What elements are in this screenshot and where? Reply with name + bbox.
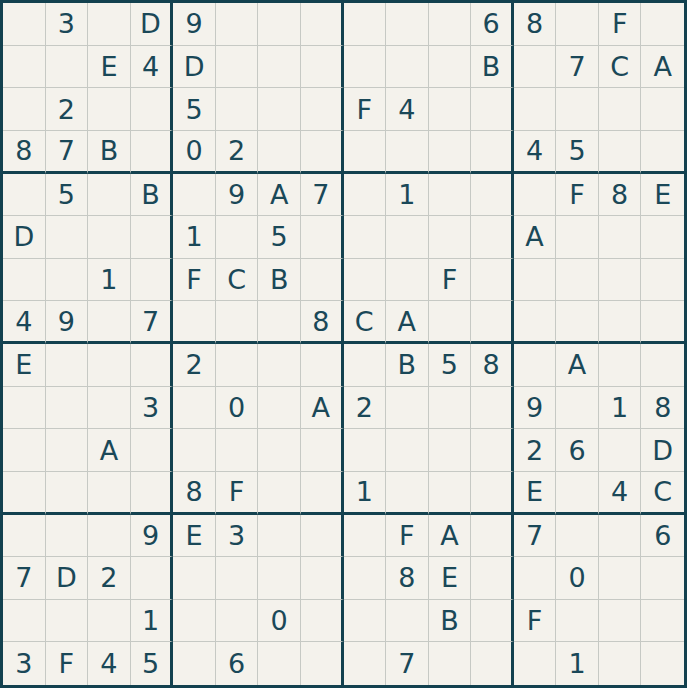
cell-r13c7-empty[interactable]	[258, 515, 301, 558]
cell-r7c2-empty[interactable]	[46, 259, 89, 302]
cell-r12c13-given[interactable]: E	[514, 472, 557, 515]
cell-r8c13-empty[interactable]	[514, 301, 557, 344]
cell-r14c9-empty[interactable]	[344, 557, 387, 600]
cell-r9c9-empty[interactable]	[344, 344, 387, 387]
cell-r11c8-empty[interactable]	[301, 429, 344, 472]
cell-r9c16-empty[interactable]	[641, 344, 684, 387]
cell-r11c4-empty[interactable]	[131, 429, 174, 472]
cell-r3c9-given[interactable]: F	[344, 88, 387, 131]
cell-r13c2-empty[interactable]	[46, 515, 89, 558]
cell-r4c8-empty[interactable]	[301, 131, 344, 174]
cell-r8c1-given[interactable]: 4	[3, 301, 46, 344]
cell-r8c8-given[interactable]: 8	[301, 301, 344, 344]
cell-r8c14-empty[interactable]	[556, 301, 599, 344]
cell-r5c14-given[interactable]: F	[556, 174, 599, 217]
cell-r1c2-given[interactable]: 3	[46, 3, 89, 46]
cell-r4c14-given[interactable]: 5	[556, 131, 599, 174]
cell-r5c7-given[interactable]: A	[258, 174, 301, 217]
cell-r12c15-given[interactable]: 4	[599, 472, 642, 515]
cell-r3c6-empty[interactable]	[216, 88, 259, 131]
cell-r11c3-given[interactable]: A	[88, 429, 131, 472]
cell-r11c11-empty[interactable]	[429, 429, 472, 472]
cell-r1c12-given[interactable]: 6	[471, 3, 514, 46]
cell-r3c14-empty[interactable]	[556, 88, 599, 131]
cell-r1c16-empty[interactable]	[641, 3, 684, 46]
cell-r7c12-empty[interactable]	[471, 259, 514, 302]
cell-r4c5-given[interactable]: 0	[173, 131, 216, 174]
cell-r5c1-empty[interactable]	[3, 174, 46, 217]
cell-r10c6-given[interactable]: 0	[216, 387, 259, 430]
cell-r10c12-empty[interactable]	[471, 387, 514, 430]
cell-r15c1-empty[interactable]	[3, 600, 46, 643]
cell-r2c6-empty[interactable]	[216, 46, 259, 89]
cell-r7c7-given[interactable]: B	[258, 259, 301, 302]
cell-r16c6-given[interactable]: 6	[216, 642, 259, 685]
cell-r10c11-empty[interactable]	[429, 387, 472, 430]
cell-r7c9-empty[interactable]	[344, 259, 387, 302]
cell-r9c5-given[interactable]: 2	[173, 344, 216, 387]
cell-r11c2-empty[interactable]	[46, 429, 89, 472]
cell-r13c1-empty[interactable]	[3, 515, 46, 558]
cell-r2c15-given[interactable]: C	[599, 46, 642, 89]
cell-r7c4-empty[interactable]	[131, 259, 174, 302]
cell-r15c15-empty[interactable]	[599, 600, 642, 643]
cell-r13c6-given[interactable]: 3	[216, 515, 259, 558]
cell-r15c7-given[interactable]: 0	[258, 600, 301, 643]
cell-r3c8-empty[interactable]	[301, 88, 344, 131]
cell-r7c1-empty[interactable]	[3, 259, 46, 302]
cell-r6c10-empty[interactable]	[386, 216, 429, 259]
cell-r13c14-empty[interactable]	[556, 515, 599, 558]
cell-r9c2-empty[interactable]	[46, 344, 89, 387]
cell-r11c13-given[interactable]: 2	[514, 429, 557, 472]
cell-r4c12-empty[interactable]	[471, 131, 514, 174]
cell-r11c5-empty[interactable]	[173, 429, 216, 472]
cell-r4c16-empty[interactable]	[641, 131, 684, 174]
cell-r15c16-empty[interactable]	[641, 600, 684, 643]
cell-r7c15-empty[interactable]	[599, 259, 642, 302]
cell-r10c16-given[interactable]: 8	[641, 387, 684, 430]
cell-r16c4-given[interactable]: 5	[131, 642, 174, 685]
cell-r10c1-empty[interactable]	[3, 387, 46, 430]
cell-r4c3-given[interactable]: B	[88, 131, 131, 174]
cell-r13c8-empty[interactable]	[301, 515, 344, 558]
cell-r8c15-empty[interactable]	[599, 301, 642, 344]
cell-r10c4-given[interactable]: 3	[131, 387, 174, 430]
cell-r3c15-empty[interactable]	[599, 88, 642, 131]
cell-r2c14-given[interactable]: 7	[556, 46, 599, 89]
cell-r11c14-given[interactable]: 6	[556, 429, 599, 472]
cell-r6c1-given[interactable]: D	[3, 216, 46, 259]
cell-r1c1-empty[interactable]	[3, 3, 46, 46]
cell-r16c13-empty[interactable]	[514, 642, 557, 685]
cell-r16c10-given[interactable]: 7	[386, 642, 429, 685]
cell-r6c4-empty[interactable]	[131, 216, 174, 259]
cell-r10c15-given[interactable]: 1	[599, 387, 642, 430]
cell-r13c11-given[interactable]: A	[429, 515, 472, 558]
cell-r9c14-given[interactable]: A	[556, 344, 599, 387]
cell-r2c9-empty[interactable]	[344, 46, 387, 89]
cell-r1c11-empty[interactable]	[429, 3, 472, 46]
cell-r10c3-empty[interactable]	[88, 387, 131, 430]
cell-r11c1-empty[interactable]	[3, 429, 46, 472]
cell-r8c16-empty[interactable]	[641, 301, 684, 344]
cell-r6c13-given[interactable]: A	[514, 216, 557, 259]
cell-r16c2-given[interactable]: F	[46, 642, 89, 685]
cell-r2c10-empty[interactable]	[386, 46, 429, 89]
cell-r13c5-given[interactable]: E	[173, 515, 216, 558]
cell-r6c11-empty[interactable]	[429, 216, 472, 259]
cell-r6c9-empty[interactable]	[344, 216, 387, 259]
cell-r6c6-empty[interactable]	[216, 216, 259, 259]
cell-r2c2-empty[interactable]	[46, 46, 89, 89]
cell-r15c14-empty[interactable]	[556, 600, 599, 643]
cell-r6c15-empty[interactable]	[599, 216, 642, 259]
cell-r15c11-given[interactable]: B	[429, 600, 472, 643]
cell-r8c3-empty[interactable]	[88, 301, 131, 344]
cell-r1c13-given[interactable]: 8	[514, 3, 557, 46]
cell-r11c16-given[interactable]: D	[641, 429, 684, 472]
cell-r1c9-empty[interactable]	[344, 3, 387, 46]
cell-r9c12-given[interactable]: 8	[471, 344, 514, 387]
cell-r14c7-empty[interactable]	[258, 557, 301, 600]
cell-r5c3-empty[interactable]	[88, 174, 131, 217]
cell-r15c2-empty[interactable]	[46, 600, 89, 643]
cell-r14c4-empty[interactable]	[131, 557, 174, 600]
cell-r13c10-given[interactable]: F	[386, 515, 429, 558]
cell-r1c6-empty[interactable]	[216, 3, 259, 46]
cell-r3c16-empty[interactable]	[641, 88, 684, 131]
cell-r16c7-empty[interactable]	[258, 642, 301, 685]
cell-r6c8-empty[interactable]	[301, 216, 344, 259]
cell-r11c12-empty[interactable]	[471, 429, 514, 472]
cell-r1c7-empty[interactable]	[258, 3, 301, 46]
cell-r6c16-empty[interactable]	[641, 216, 684, 259]
cell-r16c9-empty[interactable]	[344, 642, 387, 685]
cell-r15c5-empty[interactable]	[173, 600, 216, 643]
cell-r5c2-given[interactable]: 5	[46, 174, 89, 217]
cell-r16c15-empty[interactable]	[599, 642, 642, 685]
cell-r9c6-empty[interactable]	[216, 344, 259, 387]
cell-r16c12-empty[interactable]	[471, 642, 514, 685]
cell-r12c7-empty[interactable]	[258, 472, 301, 515]
cell-r9c7-empty[interactable]	[258, 344, 301, 387]
cell-r14c12-empty[interactable]	[471, 557, 514, 600]
cell-r2c3-given[interactable]: E	[88, 46, 131, 89]
cell-r11c6-empty[interactable]	[216, 429, 259, 472]
cell-r14c15-empty[interactable]	[599, 557, 642, 600]
cell-r1c15-given[interactable]: F	[599, 3, 642, 46]
cell-r2c7-empty[interactable]	[258, 46, 301, 89]
cell-r8c7-empty[interactable]	[258, 301, 301, 344]
cell-r14c13-empty[interactable]	[514, 557, 557, 600]
sudoku-board: 3D968FE4DB7CA25F487B02455B9A71F8ED15A1FC…	[0, 0, 687, 688]
cell-r3c12-empty[interactable]	[471, 88, 514, 131]
cell-r2c13-empty[interactable]	[514, 46, 557, 89]
cell-r4c4-empty[interactable]	[131, 131, 174, 174]
cell-r4c13-given[interactable]: 4	[514, 131, 557, 174]
cell-r4c10-empty[interactable]	[386, 131, 429, 174]
cell-r4c6-given[interactable]: 2	[216, 131, 259, 174]
cell-r14c2-given[interactable]: D	[46, 557, 89, 600]
cell-r10c5-empty[interactable]	[173, 387, 216, 430]
cell-r10c9-given[interactable]: 2	[344, 387, 387, 430]
cell-r7c6-given[interactable]: C	[216, 259, 259, 302]
cell-r3c1-empty[interactable]	[3, 88, 46, 131]
cell-r3c11-empty[interactable]	[429, 88, 472, 131]
cell-r13c16-given[interactable]: 6	[641, 515, 684, 558]
cell-r1c10-empty[interactable]	[386, 3, 429, 46]
cell-r5c6-given[interactable]: 9	[216, 174, 259, 217]
cell-r7c5-given[interactable]: F	[173, 259, 216, 302]
cell-r4c9-empty[interactable]	[344, 131, 387, 174]
cell-r16c1-given[interactable]: 3	[3, 642, 46, 685]
cell-r15c13-given[interactable]: F	[514, 600, 557, 643]
cell-r5c16-given[interactable]: E	[641, 174, 684, 217]
cell-r12c2-empty[interactable]	[46, 472, 89, 515]
cell-r5c5-empty[interactable]	[173, 174, 216, 217]
cell-r12c9-given[interactable]: 1	[344, 472, 387, 515]
cell-r10c14-empty[interactable]	[556, 387, 599, 430]
cell-r7c16-empty[interactable]	[641, 259, 684, 302]
cell-r6c3-empty[interactable]	[88, 216, 131, 259]
cell-r12c4-empty[interactable]	[131, 472, 174, 515]
cell-r6c7-given[interactable]: 5	[258, 216, 301, 259]
cell-r3c3-empty[interactable]	[88, 88, 131, 131]
cell-r3c2-given[interactable]: 2	[46, 88, 89, 131]
cell-r1c3-empty[interactable]	[88, 3, 131, 46]
cell-r2c8-empty[interactable]	[301, 46, 344, 89]
cell-r13c15-empty[interactable]	[599, 515, 642, 558]
cell-r5c11-empty[interactable]	[429, 174, 472, 217]
cell-r9c3-empty[interactable]	[88, 344, 131, 387]
cell-r14c10-given[interactable]: 8	[386, 557, 429, 600]
cell-r4c2-given[interactable]: 7	[46, 131, 89, 174]
cell-r12c5-given[interactable]: 8	[173, 472, 216, 515]
cell-r15c12-empty[interactable]	[471, 600, 514, 643]
cell-r2c1-empty[interactable]	[3, 46, 46, 89]
cell-r13c9-empty[interactable]	[344, 515, 387, 558]
cell-r13c13-given[interactable]: 7	[514, 515, 557, 558]
cell-r14c14-given[interactable]: 0	[556, 557, 599, 600]
cell-r1c8-empty[interactable]	[301, 3, 344, 46]
cell-r15c3-empty[interactable]	[88, 600, 131, 643]
cell-r2c4-given[interactable]: 4	[131, 46, 174, 89]
cell-r10c13-given[interactable]: 9	[514, 387, 557, 430]
cell-r13c12-empty[interactable]	[471, 515, 514, 558]
cell-r14c11-given[interactable]: E	[429, 557, 472, 600]
cell-r7c3-given[interactable]: 1	[88, 259, 131, 302]
cell-r5c12-empty[interactable]	[471, 174, 514, 217]
cell-r2c16-given[interactable]: A	[641, 46, 684, 89]
cell-r15c4-given[interactable]: 1	[131, 600, 174, 643]
cell-r5c4-given[interactable]: B	[131, 174, 174, 217]
cell-r9c15-empty[interactable]	[599, 344, 642, 387]
cell-r16c14-given[interactable]: 1	[556, 642, 599, 685]
cell-r12c10-empty[interactable]	[386, 472, 429, 515]
cell-r9c1-given[interactable]: E	[3, 344, 46, 387]
cell-r8c2-given[interactable]: 9	[46, 301, 89, 344]
cell-r12c14-empty[interactable]	[556, 472, 599, 515]
cell-r7c11-given[interactable]: F	[429, 259, 472, 302]
cell-r10c2-empty[interactable]	[46, 387, 89, 430]
cell-r7c13-empty[interactable]	[514, 259, 557, 302]
cell-r9c8-empty[interactable]	[301, 344, 344, 387]
cell-r13c4-given[interactable]: 9	[131, 515, 174, 558]
cell-r12c8-empty[interactable]	[301, 472, 344, 515]
cell-r7c14-empty[interactable]	[556, 259, 599, 302]
cell-r10c8-given[interactable]: A	[301, 387, 344, 430]
cell-r16c16-empty[interactable]	[641, 642, 684, 685]
cell-r8c10-given[interactable]: A	[386, 301, 429, 344]
cell-r5c10-given[interactable]: 1	[386, 174, 429, 217]
cell-r4c11-empty[interactable]	[429, 131, 472, 174]
cell-r9c4-empty[interactable]	[131, 344, 174, 387]
cell-r1c5-given[interactable]: 9	[173, 3, 216, 46]
cell-r14c8-empty[interactable]	[301, 557, 344, 600]
cell-r16c5-empty[interactable]	[173, 642, 216, 685]
cell-r3c4-empty[interactable]	[131, 88, 174, 131]
cell-r15c8-empty[interactable]	[301, 600, 344, 643]
cell-r9c10-given[interactable]: B	[386, 344, 429, 387]
cell-r3c7-empty[interactable]	[258, 88, 301, 131]
cell-r13c3-empty[interactable]	[88, 515, 131, 558]
cell-r3c13-empty[interactable]	[514, 88, 557, 131]
cell-r6c14-empty[interactable]	[556, 216, 599, 259]
cell-r14c1-given[interactable]: 7	[3, 557, 46, 600]
cell-r9c13-empty[interactable]	[514, 344, 557, 387]
cell-r16c3-given[interactable]: 4	[88, 642, 131, 685]
cell-r4c7-empty[interactable]	[258, 131, 301, 174]
cell-r11c7-empty[interactable]	[258, 429, 301, 472]
cell-r2c11-empty[interactable]	[429, 46, 472, 89]
cell-r8c12-empty[interactable]	[471, 301, 514, 344]
cell-r9c11-given[interactable]: 5	[429, 344, 472, 387]
cell-r1c4-given[interactable]: D	[131, 3, 174, 46]
cell-r5c13-empty[interactable]	[514, 174, 557, 217]
cell-r12c6-given[interactable]: F	[216, 472, 259, 515]
cell-r8c11-empty[interactable]	[429, 301, 472, 344]
cell-r12c16-given[interactable]: C	[641, 472, 684, 515]
cell-r10c10-empty[interactable]	[386, 387, 429, 430]
cell-r7c10-empty[interactable]	[386, 259, 429, 302]
cell-r3c10-given[interactable]: 4	[386, 88, 429, 131]
cell-r12c1-empty[interactable]	[3, 472, 46, 515]
cell-r7c8-empty[interactable]	[301, 259, 344, 302]
cell-r10c7-empty[interactable]	[258, 387, 301, 430]
cell-r11c15-empty[interactable]	[599, 429, 642, 472]
cell-r8c6-empty[interactable]	[216, 301, 259, 344]
cell-r15c6-empty[interactable]	[216, 600, 259, 643]
cell-r4c1-given[interactable]: 8	[3, 131, 46, 174]
cell-r16c8-empty[interactable]	[301, 642, 344, 685]
cell-r8c9-given[interactable]: C	[344, 301, 387, 344]
cell-r11c10-empty[interactable]	[386, 429, 429, 472]
cell-r6c2-empty[interactable]	[46, 216, 89, 259]
cell-r12c11-empty[interactable]	[429, 472, 472, 515]
cell-r16c11-empty[interactable]	[429, 642, 472, 685]
cell-r14c16-empty[interactable]	[641, 557, 684, 600]
cell-r5c8-given[interactable]: 7	[301, 174, 344, 217]
cell-r8c5-empty[interactable]	[173, 301, 216, 344]
cell-r3c5-given[interactable]: 5	[173, 88, 216, 131]
cell-r6c12-empty[interactable]	[471, 216, 514, 259]
cell-r14c6-empty[interactable]	[216, 557, 259, 600]
cell-r12c12-empty[interactable]	[471, 472, 514, 515]
cell-r2c5-given[interactable]: D	[173, 46, 216, 89]
cell-r5c9-empty[interactable]	[344, 174, 387, 217]
cell-r1c14-empty[interactable]	[556, 3, 599, 46]
cell-r5c15-given[interactable]: 8	[599, 174, 642, 217]
cell-r11c9-empty[interactable]	[344, 429, 387, 472]
cell-r6c5-given[interactable]: 1	[173, 216, 216, 259]
cell-r14c3-given[interactable]: 2	[88, 557, 131, 600]
cell-r14c5-empty[interactable]	[173, 557, 216, 600]
cell-r2c12-given[interactable]: B	[471, 46, 514, 89]
cell-r4c15-empty[interactable]	[599, 131, 642, 174]
cell-r15c10-empty[interactable]	[386, 600, 429, 643]
cell-r8c4-given[interactable]: 7	[131, 301, 174, 344]
cell-r15c9-empty[interactable]	[344, 600, 387, 643]
cell-r12c3-empty[interactable]	[88, 472, 131, 515]
